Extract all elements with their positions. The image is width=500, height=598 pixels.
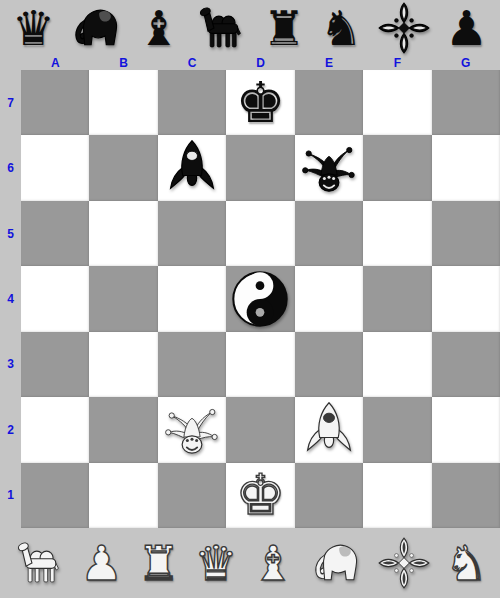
yin-yang-icon — [231, 270, 289, 328]
square-G7[interactable] — [432, 70, 500, 135]
square-C2[interactable] — [158, 397, 226, 462]
rank-label-7: 7 — [0, 70, 21, 135]
square-B6[interactable] — [89, 135, 157, 200]
game-window: ♛♝♜♞♟ ABCDEFG 7654321 ♚♚ ♟♜♛♝♞ — [0, 0, 500, 598]
square-B5[interactable] — [89, 201, 157, 266]
rank-labels: 7654321 — [0, 70, 21, 528]
square-F2[interactable] — [363, 397, 431, 462]
square-F3[interactable] — [363, 332, 431, 397]
square-D1[interactable]: ♚ — [226, 463, 294, 528]
rank-label-4: 4 — [0, 266, 21, 331]
square-A3[interactable] — [21, 332, 89, 397]
square-E7[interactable] — [295, 70, 363, 135]
white-elephant-piece[interactable] — [309, 536, 363, 590]
yin-yang-piece[interactable] — [231, 270, 289, 328]
jester-icon — [300, 139, 358, 197]
white-piece-tray: ♟♜♛♝♞ — [0, 528, 500, 598]
file-label-G: G — [432, 55, 500, 70]
black-rook-piece[interactable]: ♜ — [263, 4, 306, 52]
rank-label-1: 1 — [0, 463, 21, 528]
file-labels: ABCDEFG — [21, 55, 500, 70]
square-E5[interactable] — [295, 201, 363, 266]
square-F6[interactable] — [363, 135, 431, 200]
square-G5[interactable] — [432, 201, 500, 266]
square-E1[interactable] — [295, 463, 363, 528]
black-piece-tray: ♛♝♜♞♟ — [0, 0, 500, 55]
white-rocket-piece[interactable] — [300, 401, 358, 459]
square-C3[interactable] — [158, 332, 226, 397]
square-A6[interactable] — [21, 135, 89, 200]
black-bishop-piece[interactable]: ♝ — [137, 4, 180, 52]
rocket-icon — [300, 401, 358, 459]
file-label-F: F — [363, 55, 431, 70]
white-pawn-piece[interactable]: ♟ — [80, 539, 123, 587]
elephant-icon — [309, 536, 363, 590]
square-F7[interactable] — [363, 70, 431, 135]
black-king-piece[interactable]: ♚ — [235, 75, 285, 131]
pawn-glyph: ♟ — [445, 4, 488, 52]
square-C4[interactable] — [158, 266, 226, 331]
black-knight-piece[interactable]: ♞ — [320, 4, 363, 52]
file-label-B: B — [89, 55, 157, 70]
rank-label-3: 3 — [0, 332, 21, 397]
square-A5[interactable] — [21, 201, 89, 266]
square-D7[interactable]: ♚ — [226, 70, 294, 135]
elephant-icon — [69, 1, 123, 55]
black-rocket-piece[interactable] — [163, 139, 221, 197]
file-label-E: E — [295, 55, 363, 70]
square-G3[interactable] — [432, 332, 500, 397]
square-F1[interactable] — [363, 463, 431, 528]
square-E3[interactable] — [295, 332, 363, 397]
square-C5[interactable] — [158, 201, 226, 266]
square-D4[interactable] — [226, 266, 294, 331]
square-A7[interactable] — [21, 70, 89, 135]
pawn-glyph: ♟ — [80, 539, 123, 587]
square-F5[interactable] — [363, 201, 431, 266]
black-camel-piece[interactable] — [194, 1, 248, 55]
square-G2[interactable] — [432, 397, 500, 462]
rank-label-2: 2 — [0, 397, 21, 462]
rank-label-5: 5 — [0, 201, 21, 266]
square-G1[interactable] — [432, 463, 500, 528]
bishop-glyph: ♝ — [252, 539, 295, 587]
square-A2[interactable] — [21, 397, 89, 462]
square-D2[interactable] — [226, 397, 294, 462]
file-label-C: C — [158, 55, 226, 70]
board-area: 7654321 ♚♚ — [0, 70, 500, 528]
camel-icon — [12, 536, 66, 590]
king-glyph: ♚ — [235, 75, 285, 131]
square-F4[interactable] — [363, 266, 431, 331]
black-jester-piece[interactable] — [300, 139, 358, 197]
bishop-glyph: ♝ — [137, 4, 180, 52]
white-camel-piece[interactable] — [12, 536, 66, 590]
square-A4[interactable] — [21, 266, 89, 331]
file-label-A: A — [21, 55, 89, 70]
square-D3[interactable] — [226, 332, 294, 397]
square-B2[interactable] — [89, 397, 157, 462]
rocket-icon — [163, 139, 221, 197]
square-B4[interactable] — [89, 266, 157, 331]
camel-icon — [194, 1, 248, 55]
white-king-piece[interactable]: ♚ — [235, 467, 285, 523]
square-C7[interactable] — [158, 70, 226, 135]
square-E6[interactable] — [295, 135, 363, 200]
knight-glyph: ♞ — [445, 539, 488, 587]
rook-glyph: ♜ — [263, 4, 306, 52]
white-bishop-piece[interactable]: ♝ — [252, 539, 295, 587]
white-ornament-piece[interactable] — [377, 536, 431, 590]
square-B3[interactable] — [89, 332, 157, 397]
board: ♚♚ — [21, 70, 500, 528]
queen-glyph: ♛ — [12, 4, 55, 52]
black-pawn-piece[interactable]: ♟ — [445, 4, 488, 52]
jester-icon — [163, 401, 221, 459]
black-queen-piece[interactable]: ♛ — [12, 4, 55, 52]
square-E4[interactable] — [295, 266, 363, 331]
black-ornament-piece[interactable] — [377, 1, 431, 55]
queen-glyph: ♛ — [194, 539, 237, 587]
ornament-icon — [377, 1, 431, 55]
knight-glyph: ♞ — [320, 4, 363, 52]
square-G4[interactable] — [432, 266, 500, 331]
white-queen-piece[interactable]: ♛ — [194, 539, 237, 587]
file-label-D: D — [226, 55, 294, 70]
king-glyph: ♚ — [235, 467, 285, 523]
white-jester-piece[interactable] — [163, 401, 221, 459]
white-rook-piece[interactable]: ♜ — [137, 539, 180, 587]
black-elephant-piece[interactable] — [69, 1, 123, 55]
square-A1[interactable] — [21, 463, 89, 528]
square-D6[interactable] — [226, 135, 294, 200]
square-B7[interactable] — [89, 70, 157, 135]
ornament-icon — [377, 536, 431, 590]
white-knight-piece[interactable]: ♞ — [445, 539, 488, 587]
square-B1[interactable] — [89, 463, 157, 528]
square-C1[interactable] — [158, 463, 226, 528]
square-C6[interactable] — [158, 135, 226, 200]
rook-glyph: ♜ — [137, 539, 180, 587]
square-D5[interactable] — [226, 201, 294, 266]
square-E2[interactable] — [295, 397, 363, 462]
rank-label-6: 6 — [0, 135, 21, 200]
square-G6[interactable] — [432, 135, 500, 200]
